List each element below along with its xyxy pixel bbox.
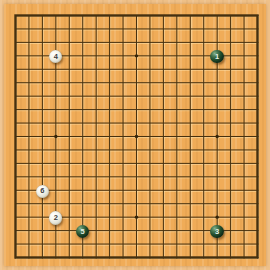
move-number: 4 xyxy=(54,53,58,61)
move-number: 1 xyxy=(215,53,219,61)
stone-black-5-F3[interactable]: 5 xyxy=(76,225,89,238)
go-app-background: 123456 xyxy=(0,0,270,270)
stone-white-2-D4[interactable]: 2 xyxy=(49,211,62,224)
stone-black-3-Q3[interactable]: 3 xyxy=(210,225,223,238)
move-number: 5 xyxy=(81,228,85,236)
stone-white-6-C6[interactable]: 6 xyxy=(36,185,49,198)
stone-black-1-Q16[interactable]: 1 xyxy=(210,50,223,63)
go-board[interactable]: 123456 xyxy=(9,9,264,264)
move-number: 3 xyxy=(215,228,219,236)
move-number: 2 xyxy=(54,214,58,222)
move-number: 6 xyxy=(40,187,44,195)
stone-white-4-D16[interactable]: 4 xyxy=(49,50,62,63)
